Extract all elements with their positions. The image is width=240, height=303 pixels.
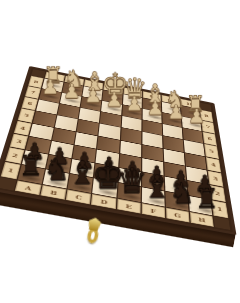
border-corner <box>214 216 231 230</box>
product-photo: ABCDEFGH8877665544332211ABCDEFGH♜♞♝♚♛♝♞♜… <box>0 0 240 303</box>
brass-clasp <box>80 216 104 251</box>
border-corner <box>0 177 16 190</box>
chess-board: ABCDEFGH8877665544332211ABCDEFGH♜♞♝♚♛♝♞♜… <box>0 66 236 235</box>
clasp-plate-icon <box>87 217 102 232</box>
